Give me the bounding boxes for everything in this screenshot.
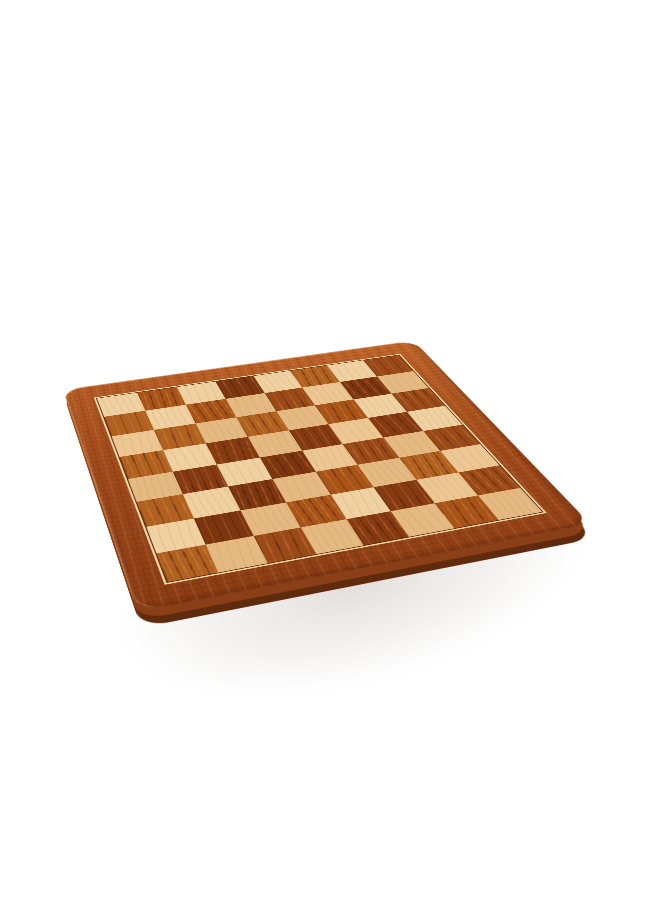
chessboard-wrap [94, 243, 509, 658]
product-photo-scene [0, 0, 660, 900]
